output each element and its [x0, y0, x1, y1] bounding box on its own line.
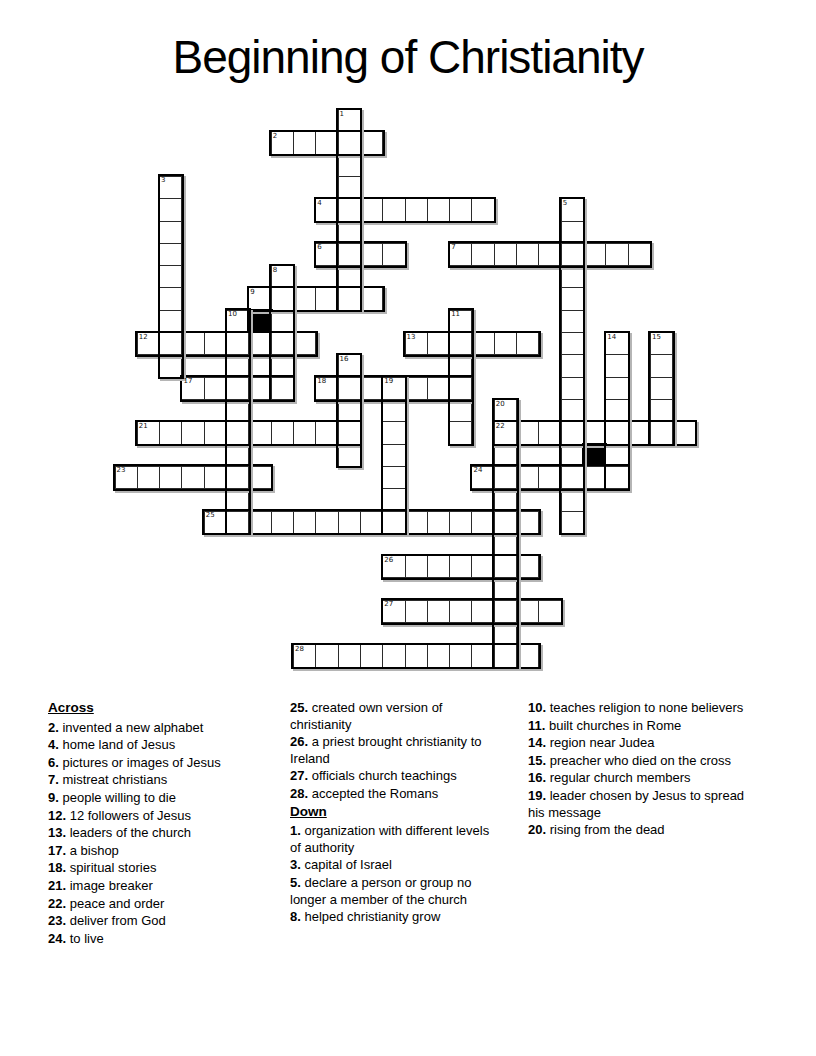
clue-across-23: 23. deliver from God [48, 913, 278, 930]
grid-cell-r1c7[interactable] [271, 131, 294, 154]
black-cell-r9c6 [247, 309, 272, 334]
clue-number-label: 28. [290, 786, 308, 801]
clue-across-12: 12. 12 followers of Jesus [48, 808, 278, 825]
clue-number-label: 23. [48, 913, 66, 928]
grid-cell-r16c22[interactable] [605, 466, 628, 489]
grid-cell-r9c2[interactable] [159, 310, 182, 333]
clue-number-label: 26. [290, 734, 308, 749]
grid-cell-r10c16[interactable] [471, 332, 494, 355]
crossword-page: Beginning of Christianity 12345678910111… [0, 0, 816, 1056]
clue-number-label: 7. [48, 772, 59, 787]
grid-cell-r4c12[interactable] [382, 198, 405, 221]
clue-number-label: 20. [528, 822, 546, 837]
grid-cell-r24c16[interactable] [471, 644, 494, 667]
grid-cell-r16c20[interactable] [561, 466, 584, 489]
clue-number-label: 2. [48, 720, 59, 735]
grid-cell-r24c14[interactable] [427, 644, 450, 667]
grid-cell-r16c1[interactable] [137, 466, 160, 489]
grid-cell-r18c7[interactable] [271, 511, 294, 534]
grid-cell-r11c7[interactable] [271, 354, 294, 377]
clue-number-label: 11. [528, 718, 545, 733]
grid-cell-r5c2[interactable] [159, 221, 182, 244]
clue-number-label: 6. [48, 755, 59, 770]
grid-cell-r23c17[interactable] [494, 622, 517, 645]
grid-cell-r13c15[interactable] [449, 399, 472, 422]
grid-cell-r18c17[interactable] [494, 511, 517, 534]
grid-cell-r18c14[interactable] [427, 511, 450, 534]
grid-cell-r11c20[interactable] [561, 354, 584, 377]
grid-cell-r20c18[interactable] [516, 555, 539, 578]
grid-cell-r17c5[interactable] [226, 488, 249, 511]
grid-cell-r15c20[interactable] [561, 444, 584, 467]
grid-cell-r14c24[interactable] [650, 421, 673, 444]
clue-across-13: 13. leaders of the church [48, 825, 278, 842]
grid-cell-r22c15[interactable] [449, 600, 472, 623]
grid-cell-r24c18[interactable] [516, 644, 539, 667]
grid-cell-r3c2[interactable] [159, 176, 182, 199]
grid-cell-r4c13[interactable] [405, 198, 428, 221]
grid-cell-r4c10[interactable] [338, 198, 361, 221]
grid-cell-r10c3[interactable] [181, 332, 204, 355]
grid-cell-r8c7[interactable] [271, 287, 294, 310]
grid-cell-r14c3[interactable] [181, 421, 204, 444]
clue-across-18: 18. spiritual stories [48, 860, 278, 877]
clue-across-25: 25. created own version of christianity [290, 700, 496, 733]
grid-cell-r24c15[interactable] [449, 644, 472, 667]
clue-number-label: 14. [528, 735, 546, 750]
grid-cell-r22c14[interactable] [427, 600, 450, 623]
grid-cell-r10c14[interactable] [427, 332, 450, 355]
grid-cell-r12c24[interactable] [650, 377, 673, 400]
clue-number-label: 24. [48, 931, 66, 946]
grid-cell-r13c22[interactable] [605, 399, 628, 422]
grid-cell-r6c23[interactable] [628, 243, 651, 266]
grid-cell-r3c10[interactable] [338, 176, 361, 199]
grid-cell-r22c13[interactable] [405, 600, 428, 623]
grid-cell-r22c16[interactable] [471, 600, 494, 623]
clue-down-11: 11. built churches in Rome [528, 718, 746, 735]
clue-number-label: 3. [290, 857, 301, 872]
grid-cell-r6c9[interactable] [315, 243, 338, 266]
grid-cell-r20c17[interactable] [494, 555, 517, 578]
grid-cell-r12c14[interactable] [427, 377, 450, 400]
clue-number-label: 18. [48, 860, 66, 875]
grid-cell-r11c5[interactable] [226, 354, 249, 377]
grid-cell-r22c18[interactable] [516, 600, 539, 623]
clue-down-20: 20. rising from the dead [528, 822, 746, 839]
grid-cell-r1c9[interactable] [315, 131, 338, 154]
grid-cell-r16c2[interactable] [159, 466, 182, 489]
grid-cell-r7c10[interactable] [338, 265, 361, 288]
clue-number-label: 9. [48, 790, 59, 805]
grid-cell-r8c2[interactable] [159, 287, 182, 310]
crossword-grid: 1234567891011121314151617181920212223242… [0, 0, 816, 700]
grid-cell-r12c12[interactable] [382, 377, 405, 400]
grid-cell-r11c2[interactable] [159, 354, 182, 377]
grid-cell-r24c13[interactable] [405, 644, 428, 667]
grid-cell-r7c7[interactable] [271, 265, 294, 288]
grid-cell-r7c2[interactable] [159, 265, 182, 288]
grid-cell-r18c9[interactable] [315, 511, 338, 534]
grid-cell-r1c10[interactable] [338, 131, 361, 154]
clue-number-label: 12. [48, 808, 66, 823]
grid-cell-r6c11[interactable] [360, 243, 383, 266]
grid-cell-r5c20[interactable] [561, 221, 584, 244]
grid-cell-r16c12[interactable] [382, 466, 405, 489]
clue-across-6: 6. pictures or images of Jesus [48, 755, 278, 772]
clue-number-label: 16. [528, 770, 546, 785]
clue-number-label: 1. [290, 823, 301, 838]
grid-cell-r9c15[interactable] [449, 310, 472, 333]
down-header: Down [290, 804, 496, 821]
clue-across-17: 17. a bishop [48, 843, 278, 860]
grid-cell-r14c6[interactable] [248, 421, 271, 444]
grid-cell-r24c12[interactable] [382, 644, 405, 667]
grid-cell-r14c17[interactable] [494, 421, 517, 444]
grid-cell-r11c24[interactable] [650, 354, 673, 377]
grid-cell-r10c17[interactable] [494, 332, 517, 355]
across-header: Across [48, 700, 278, 717]
clue-number-label: 4. [48, 737, 59, 752]
grid-cell-r4c2[interactable] [159, 198, 182, 221]
grid-cell-r12c10[interactable] [338, 377, 361, 400]
grid-cell-r6c12[interactable] [382, 243, 405, 266]
grid-cell-r10c20[interactable] [561, 332, 584, 355]
grid-cell-r18c5[interactable] [226, 511, 249, 534]
grid-cell-r12c15[interactable] [449, 377, 472, 400]
grid-cell-r18c13[interactable] [405, 511, 428, 534]
clue-number-label: 15. [528, 753, 546, 768]
grid-cell-r24c9[interactable] [315, 644, 338, 667]
clue-number-label: 21. [48, 878, 66, 893]
grid-cell-r10c5[interactable] [226, 332, 249, 355]
grid-cell-r4c20[interactable] [561, 198, 584, 221]
grid-cell-r10c1[interactable] [137, 332, 160, 355]
grid-cell-r14c23[interactable] [628, 421, 651, 444]
grid-cell-r13c12[interactable] [382, 399, 405, 422]
grid-cell-r16c16[interactable] [471, 466, 494, 489]
clue-number-label: 8. [290, 909, 301, 924]
grid-cell-r24c17[interactable] [494, 644, 517, 667]
clue-number-label: 19. [528, 788, 546, 803]
grid-cell-r21c17[interactable] [494, 578, 517, 601]
grid-cell-r6c17[interactable] [494, 243, 517, 266]
grid-cell-r0c10[interactable] [338, 109, 361, 132]
clue-across-9: 9. people willing to die [48, 790, 278, 807]
clue-down-10: 10. teaches religion to none believers [528, 700, 746, 717]
grid-cell-r13c17[interactable] [494, 399, 517, 422]
grid-cell-r18c12[interactable] [382, 511, 405, 534]
grid-cell-r12c7[interactable] [271, 377, 294, 400]
grid-cell-r10c13[interactable] [405, 332, 428, 355]
grid-cell-r17c20[interactable] [561, 488, 584, 511]
grid-cell-r14c22[interactable] [605, 421, 628, 444]
clue-across-2: 2. invented a new alphabet [48, 720, 278, 737]
grid-cell-r18c4[interactable] [204, 511, 227, 534]
grid-cell-r14c4[interactable] [204, 421, 227, 444]
grid-cell-r12c4[interactable] [204, 377, 227, 400]
grid-cell-r18c8[interactable] [293, 511, 316, 534]
grid-cell-r18c6[interactable] [248, 511, 271, 534]
clue-number-label: 25. [290, 700, 308, 715]
clue-across-26: 26. a priest brought christianity to Ire… [290, 734, 496, 767]
grid-cell-r10c8[interactable] [293, 332, 316, 355]
grid-cell-r10c4[interactable] [204, 332, 227, 355]
grid-cell-r16c3[interactable] [181, 466, 204, 489]
grid-cell-r20c16[interactable] [471, 555, 494, 578]
grid-cell-r13c20[interactable] [561, 399, 584, 422]
grid-cell-r4c9[interactable] [315, 198, 338, 221]
grid-cell-r22c12[interactable] [382, 600, 405, 623]
grid-cell-r10c2[interactable] [159, 332, 182, 355]
grid-cell-r11c15[interactable] [449, 354, 472, 377]
grid-cell-r22c19[interactable] [538, 600, 561, 623]
clue-down-5: 5. declare a person or group no longer a… [290, 875, 496, 908]
grid-cell-r14c9[interactable] [315, 421, 338, 444]
grid-cell-r11c10[interactable] [338, 354, 361, 377]
grid-cell-r14c20[interactable] [561, 421, 584, 444]
grid-cell-r16c6[interactable] [248, 466, 271, 489]
grid-cell-r13c24[interactable] [650, 399, 673, 422]
grid-cell-r6c18[interactable] [516, 243, 539, 266]
clue-number-label: 10. [528, 700, 546, 715]
grid-cell-r11c22[interactable] [605, 354, 628, 377]
grid-cell-r16c5[interactable] [226, 466, 249, 489]
grid-cell-r14c12[interactable] [382, 421, 405, 444]
clue-number-label: 27. [290, 768, 308, 783]
grid-cell-r20c14[interactable] [427, 555, 450, 578]
grid-cell-r6c21[interactable] [583, 243, 606, 266]
grid-cell-r15c22[interactable] [605, 444, 628, 467]
grid-cell-r14c5[interactable] [226, 421, 249, 444]
grid-cell-r15c12[interactable] [382, 444, 405, 467]
grid-cell-r24c8[interactable] [293, 644, 316, 667]
clue-column-3: 10. teaches religion to none believers11… [528, 700, 746, 840]
grid-cell-r14c10[interactable] [338, 421, 361, 444]
grid-cell-r9c5[interactable] [226, 310, 249, 333]
clue-down-16: 16. regular church members [528, 770, 746, 787]
grid-cell-r17c12[interactable] [382, 488, 405, 511]
grid-cell-r16c0[interactable] [115, 466, 138, 489]
clue-column-2: 25. created own version of christianity2… [290, 700, 496, 927]
grid-cell-r12c5[interactable] [226, 377, 249, 400]
grid-cell-r12c22[interactable] [605, 377, 628, 400]
clue-number-label: 17. [48, 843, 66, 858]
grid-cell-r14c18[interactable] [516, 421, 539, 444]
grid-cell-r6c19[interactable] [538, 243, 561, 266]
clue-across-7: 7. mistreat christians [48, 772, 278, 789]
grid-cell-r12c13[interactable] [405, 377, 428, 400]
clue-across-27: 27. officials church teachings [290, 768, 496, 785]
grid-cell-r8c11[interactable] [360, 287, 383, 310]
grid-cell-r18c18[interactable] [516, 511, 539, 534]
grid-cell-r20c13[interactable] [405, 555, 428, 578]
grid-cell-r18c10[interactable] [338, 511, 361, 534]
grid-cell-r20c12[interactable] [382, 555, 405, 578]
clue-down-1: 1. organization with different levels of… [290, 823, 496, 856]
grid-cell-r18c11[interactable] [360, 511, 383, 534]
clue-across-21: 21. image breaker [48, 878, 278, 895]
grid-cell-r13c5[interactable] [226, 399, 249, 422]
grid-cell-r12c6[interactable] [248, 377, 271, 400]
grid-cell-r10c6[interactable] [248, 332, 271, 355]
grid-cell-r6c22[interactable] [605, 243, 628, 266]
grid-cell-r14c2[interactable] [159, 421, 182, 444]
grid-cell-r14c15[interactable] [449, 421, 472, 444]
grid-cell-r13c10[interactable] [338, 399, 361, 422]
grid-cell-r9c20[interactable] [561, 310, 584, 333]
grid-cell-r12c11[interactable] [360, 377, 383, 400]
grid-cell-r14c7[interactable] [271, 421, 294, 444]
grid-cell-r15c5[interactable] [226, 444, 249, 467]
grid-cell-r17c17[interactable] [494, 488, 517, 511]
grid-cell-r18c16[interactable] [471, 511, 494, 534]
grid-cell-r4c15[interactable] [449, 198, 472, 221]
grid-cell-r4c11[interactable] [360, 198, 383, 221]
clue-across-24: 24. to live [48, 931, 278, 948]
grid-cell-r15c10[interactable] [338, 444, 361, 467]
grid-cell-r10c22[interactable] [605, 332, 628, 355]
grid-cell-r12c20[interactable] [561, 377, 584, 400]
clue-down-19: 19. leader chosen by Jesus to spread his… [528, 788, 746, 821]
grid-cell-r8c6[interactable] [248, 287, 271, 310]
black-cell-r15c21 [582, 443, 607, 468]
grid-cell-r8c20[interactable] [561, 287, 584, 310]
grid-cell-r22c17[interactable] [494, 600, 517, 623]
clue-number-label: 13. [48, 825, 66, 840]
grid-cell-r10c18[interactable] [516, 332, 539, 355]
grid-cell-r24c11[interactable] [360, 644, 383, 667]
clue-down-3: 3. capital of Israel [290, 857, 496, 874]
grid-cell-r14c21[interactable] [583, 421, 606, 444]
clue-number-label: 22. [48, 896, 66, 911]
grid-cell-r6c2[interactable] [159, 243, 182, 266]
grid-cell-r20c15[interactable] [449, 555, 472, 578]
grid-cell-r2c10[interactable] [338, 154, 361, 177]
grid-cell-r4c14[interactable] [427, 198, 450, 221]
grid-cell-r16c17[interactable] [494, 466, 517, 489]
grid-cell-r16c21[interactable] [583, 466, 606, 489]
grid-cell-r18c20[interactable] [561, 511, 584, 534]
clue-column-1: Across2. invented a new alphabet4. home … [48, 700, 278, 948]
grid-cell-r12c3[interactable] [181, 377, 204, 400]
grid-cell-r9c7[interactable] [271, 310, 294, 333]
grid-cell-r8c9[interactable] [315, 287, 338, 310]
grid-cell-r5c10[interactable] [338, 221, 361, 244]
grid-cell-r1c8[interactable] [293, 131, 316, 154]
grid-cell-r6c10[interactable] [338, 243, 361, 266]
grid-cell-r1c11[interactable] [360, 131, 383, 154]
grid-cell-r16c19[interactable] [538, 466, 561, 489]
grid-cell-r6c20[interactable] [561, 243, 584, 266]
grid-cell-r14c19[interactable] [538, 421, 561, 444]
grid-cell-r16c4[interactable] [204, 466, 227, 489]
grid-cell-r14c8[interactable] [293, 421, 316, 444]
grid-cell-r24c10[interactable] [338, 644, 361, 667]
clue-across-28: 28. accepted the Romans [290, 786, 496, 803]
grid-cell-r7c20[interactable] [561, 265, 584, 288]
grid-cell-r12c9[interactable] [315, 377, 338, 400]
clue-across-22: 22. peace and order [48, 896, 278, 913]
clue-across-4: 4. home land of Jesus [48, 737, 278, 754]
grid-cell-r6c15[interactable] [449, 243, 472, 266]
grid-cell-r10c7[interactable] [271, 332, 294, 355]
grid-cell-r6c16[interactable] [471, 243, 494, 266]
clue-down-14: 14. region near Judea [528, 735, 746, 752]
grid-cell-r16c18[interactable] [516, 466, 539, 489]
grid-cell-r8c10[interactable] [338, 287, 361, 310]
grid-cell-r10c24[interactable] [650, 332, 673, 355]
grid-cell-r8c8[interactable] [293, 287, 316, 310]
grid-cell-r14c1[interactable] [137, 421, 160, 444]
clue-down-8: 8. helped christianity grow [290, 909, 496, 926]
grid-cell-r10c15[interactable] [449, 332, 472, 355]
grid-cell-r19c17[interactable] [494, 533, 517, 556]
grid-cell-r18c15[interactable] [449, 511, 472, 534]
grid-cell-r15c17[interactable] [494, 444, 517, 467]
clue-down-15: 15. preacher who died on the cross [528, 753, 746, 770]
grid-cell-r14c25[interactable] [672, 421, 695, 444]
clue-number-label: 5. [290, 875, 301, 890]
grid-cell-r4c16[interactable] [471, 198, 494, 221]
